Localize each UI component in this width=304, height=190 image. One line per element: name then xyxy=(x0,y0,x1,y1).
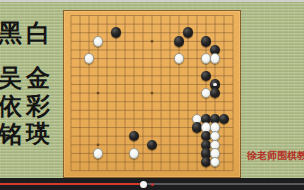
video-player-bar[interactable] xyxy=(0,178,304,190)
white-stone xyxy=(210,53,221,64)
black-stone xyxy=(174,36,185,47)
white-name-char-3: 瑛 xyxy=(26,122,50,146)
watermark-text: 徐老师围棋教室 xyxy=(247,151,304,161)
black-name-char-1: 吴 xyxy=(0,66,22,90)
white-stone xyxy=(174,53,185,64)
progress-played xyxy=(0,183,143,185)
star-point xyxy=(151,92,154,95)
video-frame: { "game": "go", "board": { "size": 19, "… xyxy=(0,0,304,190)
black-name-char-2: 依 xyxy=(0,94,22,118)
progress-red-dot xyxy=(151,183,154,186)
white-stone xyxy=(84,53,95,64)
white-name-char-1: 金 xyxy=(26,66,50,90)
white-label: 白 xyxy=(26,21,50,45)
black-name-char-3: 铭 xyxy=(0,122,22,146)
star-point xyxy=(151,40,154,43)
white-name-char-2: 彩 xyxy=(26,94,50,118)
last-move-marker xyxy=(213,83,216,86)
white-stone xyxy=(93,148,104,159)
black-label: 黑 xyxy=(0,21,22,45)
star-point xyxy=(97,143,100,146)
star-point xyxy=(97,92,100,95)
black-stone xyxy=(201,36,212,47)
progress-knob[interactable] xyxy=(140,181,147,188)
go-board xyxy=(63,10,241,178)
top-strip xyxy=(0,0,304,2)
white-stone xyxy=(93,36,104,47)
white-stone xyxy=(129,148,140,159)
